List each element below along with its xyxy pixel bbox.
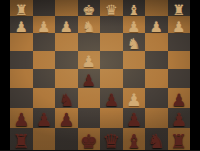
black-knight: ♞ [59,92,74,109]
square-b7[interactable] [145,108,168,129]
square-c7[interactable]: ♟ [123,108,146,129]
white-bishop: ♝ [127,3,140,17]
square-g6[interactable] [33,88,56,108]
square-f3[interactable] [55,33,78,51]
square-f7[interactable]: ♟ [55,108,78,129]
square-a8[interactable]: ♜ [168,128,191,150]
square-a4[interactable] [168,51,191,70]
square-c2[interactable]: ♟ [123,16,146,33]
square-b3[interactable] [145,33,168,51]
square-e2[interactable]: ♞ [78,16,101,33]
square-e1[interactable]: ♚ [78,0,101,16]
square-d2[interactable] [100,16,123,33]
letterbox-right [190,0,200,150]
black-rook: ♜ [170,132,187,151]
square-h7[interactable]: ♟ [10,108,33,129]
square-a6[interactable]: ♟ [168,88,191,108]
square-a7[interactable]: ♟ [168,108,191,129]
square-b8[interactable]: ♞ [145,128,168,150]
square-e7[interactable] [78,108,101,129]
white-pawn: ♟ [82,55,96,71]
white-pawn: ♟ [37,20,50,35]
black-pawn: ♟ [104,92,119,109]
letterbox-left [0,0,10,150]
black-pawn: ♟ [13,111,29,129]
white-pawn: ♟ [60,20,73,35]
square-d1[interactable]: ♛ [100,0,123,16]
square-f5[interactable] [55,69,78,88]
black-pawn: ♟ [82,73,96,89]
square-e3[interactable] [78,33,101,51]
square-f8[interactable] [55,128,78,150]
square-g8[interactable] [33,128,56,150]
square-a3[interactable] [168,33,191,51]
white-queen: ♛ [105,3,118,17]
square-c3[interactable]: ♞ [123,33,146,51]
black-queen: ♛ [103,132,120,151]
square-h3[interactable] [10,33,33,51]
square-g4[interactable] [33,51,56,70]
white-knight: ♞ [82,20,95,35]
square-h5[interactable] [10,69,33,88]
square-f6[interactable]: ♞ [55,88,78,108]
square-g5[interactable] [33,69,56,88]
square-e6[interactable] [78,88,101,108]
white-pawn: ♟ [150,20,163,35]
square-h2[interactable]: ♟ [10,16,33,33]
square-h8[interactable]: ♜ [10,128,33,150]
square-d3[interactable] [100,33,123,51]
white-king: ♚ [82,3,95,17]
square-d5[interactable] [100,69,123,88]
square-d7[interactable] [100,108,123,129]
square-h1[interactable]: ♜ [10,0,33,16]
square-g3[interactable] [33,33,56,51]
square-b6[interactable] [145,88,168,108]
square-e4[interactable]: ♟ [78,51,101,70]
square-b4[interactable] [145,51,168,70]
square-d6[interactable]: ♟ [100,88,123,108]
white-pawn: ♟ [172,20,185,35]
square-b2[interactable]: ♟ [145,16,168,33]
square-h6[interactable] [10,88,33,108]
black-pawn: ♟ [171,92,186,109]
square-g2[interactable]: ♟ [33,16,56,33]
square-h4[interactable] [10,51,33,70]
chess-app-window: ♜♚♛♝♜♟♟♟♞♟♟♟♞♟♟♞♟♟♟♟♟♟♟♟♜♚♛♝♞♜ [0,0,200,150]
square-f4[interactable] [55,51,78,70]
black-pawn: ♟ [58,111,74,129]
white-rook: ♜ [172,3,185,17]
black-pawn: ♟ [171,111,187,129]
black-bishop: ♝ [125,132,142,151]
square-f1[interactable] [55,0,78,16]
chess-board[interactable]: ♜♚♛♝♜♟♟♟♞♟♟♟♞♟♟♞♟♟♟♟♟♟♟♟♜♚♛♝♞♜ [10,0,190,150]
square-b1[interactable] [145,0,168,16]
square-c1[interactable]: ♝ [123,0,146,16]
black-king: ♚ [80,132,97,151]
white-rook: ♜ [15,3,28,17]
square-e5[interactable]: ♟ [78,69,101,88]
white-knight: ♞ [127,37,140,52]
square-c5[interactable] [123,69,146,88]
square-f2[interactable]: ♟ [55,16,78,33]
square-e8[interactable]: ♚ [78,128,101,150]
black-pawn: ♟ [126,111,142,129]
square-c8[interactable]: ♝ [123,128,146,150]
white-pawn: ♟ [15,20,28,35]
square-a2[interactable]: ♟ [168,16,191,33]
square-c6[interactable]: ♟ [123,88,146,108]
white-pawn: ♟ [126,92,141,109]
white-pawn: ♟ [127,20,140,35]
black-knight: ♞ [148,132,165,151]
black-pawn: ♟ [36,111,52,129]
square-d8[interactable]: ♛ [100,128,123,150]
square-g1[interactable] [33,0,56,16]
square-b5[interactable] [145,69,168,88]
square-c4[interactable] [123,51,146,70]
square-a5[interactable] [168,69,191,88]
black-rook: ♜ [13,132,30,151]
square-a1[interactable]: ♜ [168,0,191,16]
square-g7[interactable]: ♟ [33,108,56,129]
square-d4[interactable] [100,51,123,70]
